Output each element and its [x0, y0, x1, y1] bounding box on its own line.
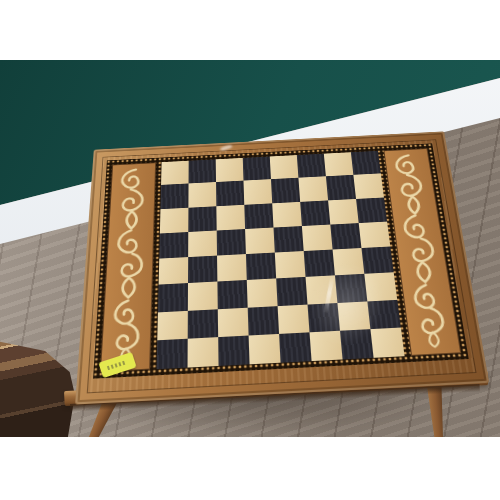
square-e3 — [276, 277, 307, 306]
square-e6 — [272, 201, 302, 227]
square-h7 — [353, 174, 384, 199]
square-g5 — [330, 223, 361, 250]
square-d2 — [248, 306, 279, 336]
auction-photo-floor — [0, 60, 500, 437]
square-a4 — [159, 257, 189, 285]
square-a7 — [160, 184, 188, 209]
square-a8 — [161, 161, 189, 185]
square-d8 — [243, 156, 271, 180]
square-b2 — [188, 309, 218, 339]
chess-table-top — [75, 131, 489, 404]
square-f5 — [302, 224, 333, 251]
letterbox-bottom — [0, 437, 500, 500]
square-c3 — [217, 280, 247, 309]
square-c5 — [217, 229, 246, 256]
square-b4 — [188, 256, 217, 284]
letterbox-top — [0, 0, 500, 60]
square-c7 — [216, 181, 244, 206]
square-h6 — [356, 197, 387, 223]
square-a5 — [159, 232, 188, 259]
square-b3 — [188, 282, 218, 311]
square-c8 — [216, 158, 244, 182]
square-e8 — [270, 155, 299, 179]
square-a3 — [158, 283, 188, 312]
square-b8 — [189, 159, 216, 183]
square-a2 — [157, 310, 188, 340]
square-c6 — [216, 204, 245, 230]
square-d5 — [245, 227, 275, 254]
square-b6 — [188, 206, 216, 232]
square-d1 — [249, 334, 281, 365]
scrollwork-inlay-icon — [101, 163, 155, 371]
square-h5 — [359, 221, 391, 248]
square-d4 — [246, 253, 276, 281]
square-g7 — [326, 175, 356, 200]
square-e4 — [275, 251, 306, 279]
inlay-field — [87, 139, 477, 393]
mosaic-border-band — [93, 143, 469, 378]
square-d7 — [243, 179, 272, 204]
square-b1 — [188, 337, 219, 368]
square-g8 — [324, 152, 354, 176]
square-a1 — [157, 338, 188, 369]
square-d6 — [244, 203, 273, 229]
square-f6 — [300, 200, 330, 226]
square-c1 — [218, 335, 249, 366]
square-h8 — [351, 151, 381, 175]
square-b7 — [188, 182, 216, 207]
square-g6 — [328, 199, 359, 225]
square-b5 — [188, 230, 217, 257]
adjacent-dark-table — [0, 332, 82, 437]
square-f8 — [297, 154, 326, 178]
table-frame — [75, 131, 489, 404]
square-c2 — [218, 307, 249, 337]
marquetry-panel-left — [100, 162, 156, 372]
sticker-writing — [107, 360, 127, 370]
square-a6 — [160, 207, 189, 233]
square-f7 — [298, 176, 328, 201]
square-e7 — [271, 178, 300, 203]
square-c4 — [217, 254, 247, 282]
square-d3 — [247, 279, 278, 308]
square-e5 — [273, 226, 303, 253]
